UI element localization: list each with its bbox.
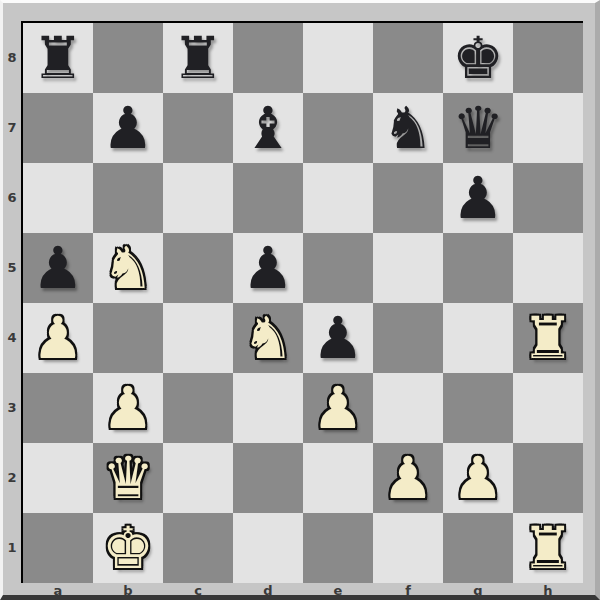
chess-board-panel: ♜♜♚♟♝♞♛♟♟♞♟♟♞♟♜♟♟♛♟♟♚♜ 87654321 abcdefgh	[0, 0, 600, 600]
square-b5[interactable]: ♞	[93, 233, 163, 303]
square-b1[interactable]: ♚	[93, 513, 163, 583]
piece-black-pawn[interactable]: ♟	[242, 233, 294, 303]
square-c1[interactable]	[163, 513, 233, 583]
piece-black-rook[interactable]: ♜	[172, 23, 224, 93]
square-e8[interactable]	[303, 23, 373, 93]
square-a2[interactable]	[23, 443, 93, 513]
rank-label-8: 8	[3, 23, 21, 93]
square-b7[interactable]: ♟	[93, 93, 163, 163]
square-b3[interactable]: ♟	[93, 373, 163, 443]
square-f5[interactable]	[373, 233, 443, 303]
square-g1[interactable]	[443, 513, 513, 583]
square-h1[interactable]: ♜	[513, 513, 583, 583]
rank-label-5: 5	[3, 233, 21, 303]
square-g4[interactable]	[443, 303, 513, 373]
piece-black-pawn[interactable]: ♟	[312, 303, 364, 373]
file-label-c: c	[163, 584, 233, 598]
piece-white-king[interactable]: ♚	[102, 513, 154, 583]
piece-white-pawn[interactable]: ♟	[312, 373, 364, 443]
square-g8[interactable]: ♚	[443, 23, 513, 93]
file-label-a: a	[23, 584, 93, 598]
square-h2[interactable]	[513, 443, 583, 513]
piece-white-rook[interactable]: ♜	[522, 303, 574, 373]
square-c6[interactable]	[163, 163, 233, 233]
piece-black-pawn[interactable]: ♟	[452, 163, 504, 233]
square-e5[interactable]	[303, 233, 373, 303]
square-f4[interactable]	[373, 303, 443, 373]
square-e7[interactable]	[303, 93, 373, 163]
square-b4[interactable]	[93, 303, 163, 373]
file-label-d: d	[233, 584, 303, 598]
square-b6[interactable]	[93, 163, 163, 233]
square-g6[interactable]: ♟	[443, 163, 513, 233]
square-c4[interactable]	[163, 303, 233, 373]
square-f1[interactable]	[373, 513, 443, 583]
square-c8[interactable]: ♜	[163, 23, 233, 93]
file-label-h: h	[513, 584, 583, 598]
rank-label-1: 1	[3, 513, 21, 583]
chess-board: ♜♜♚♟♝♞♛♟♟♞♟♟♞♟♜♟♟♛♟♟♚♜	[21, 21, 583, 583]
square-f7[interactable]: ♞	[373, 93, 443, 163]
piece-white-pawn[interactable]: ♟	[452, 443, 504, 513]
square-c2[interactable]	[163, 443, 233, 513]
square-h8[interactable]	[513, 23, 583, 93]
rank-label-6: 6	[3, 163, 21, 233]
rank-label-3: 3	[3, 373, 21, 443]
square-f2[interactable]: ♟	[373, 443, 443, 513]
square-a1[interactable]	[23, 513, 93, 583]
piece-white-pawn[interactable]: ♟	[102, 373, 154, 443]
square-b2[interactable]: ♛	[93, 443, 163, 513]
rank-label-7: 7	[3, 93, 21, 163]
square-g7[interactable]: ♛	[443, 93, 513, 163]
square-h7[interactable]	[513, 93, 583, 163]
square-d3[interactable]	[233, 373, 303, 443]
piece-black-bishop[interactable]: ♝	[242, 93, 294, 163]
piece-black-king[interactable]: ♚	[452, 23, 504, 93]
square-c5[interactable]	[163, 233, 233, 303]
square-e3[interactable]: ♟	[303, 373, 373, 443]
piece-black-pawn[interactable]: ♟	[32, 233, 84, 303]
square-h5[interactable]	[513, 233, 583, 303]
square-g5[interactable]	[443, 233, 513, 303]
file-label-b: b	[93, 584, 163, 598]
piece-white-knight[interactable]: ♞	[102, 233, 154, 303]
piece-white-pawn[interactable]: ♟	[32, 303, 84, 373]
piece-black-queen[interactable]: ♛	[452, 93, 504, 163]
piece-black-pawn[interactable]: ♟	[102, 93, 154, 163]
square-a7[interactable]	[23, 93, 93, 163]
piece-black-knight[interactable]: ♞	[382, 93, 434, 163]
piece-white-rook[interactable]: ♜	[522, 513, 574, 583]
square-d8[interactable]	[233, 23, 303, 93]
square-g2[interactable]: ♟	[443, 443, 513, 513]
square-d7[interactable]: ♝	[233, 93, 303, 163]
square-d5[interactable]: ♟	[233, 233, 303, 303]
square-f3[interactable]	[373, 373, 443, 443]
square-e2[interactable]	[303, 443, 373, 513]
file-label-f: f	[373, 584, 443, 598]
square-c7[interactable]	[163, 93, 233, 163]
piece-white-knight[interactable]: ♞	[242, 303, 294, 373]
square-d2[interactable]	[233, 443, 303, 513]
square-e1[interactable]	[303, 513, 373, 583]
square-a6[interactable]	[23, 163, 93, 233]
square-h6[interactable]	[513, 163, 583, 233]
square-a3[interactable]	[23, 373, 93, 443]
square-b8[interactable]	[93, 23, 163, 93]
square-g3[interactable]	[443, 373, 513, 443]
square-h4[interactable]: ♜	[513, 303, 583, 373]
square-a4[interactable]: ♟	[23, 303, 93, 373]
rank-label-4: 4	[3, 303, 21, 373]
square-f8[interactable]	[373, 23, 443, 93]
square-a5[interactable]: ♟	[23, 233, 93, 303]
piece-black-rook[interactable]: ♜	[32, 23, 84, 93]
square-a8[interactable]: ♜	[23, 23, 93, 93]
square-c3[interactable]	[163, 373, 233, 443]
square-h3[interactable]	[513, 373, 583, 443]
file-label-g: g	[443, 584, 513, 598]
piece-white-pawn[interactable]: ♟	[382, 443, 434, 513]
square-d1[interactable]	[233, 513, 303, 583]
file-label-e: e	[303, 584, 373, 598]
piece-white-queen[interactable]: ♛	[102, 443, 154, 513]
rank-label-2: 2	[3, 443, 21, 513]
square-e4[interactable]: ♟	[303, 303, 373, 373]
square-e6[interactable]	[303, 163, 373, 233]
square-d6[interactable]	[233, 163, 303, 233]
square-d4[interactable]: ♞	[233, 303, 303, 373]
square-f6[interactable]	[373, 163, 443, 233]
